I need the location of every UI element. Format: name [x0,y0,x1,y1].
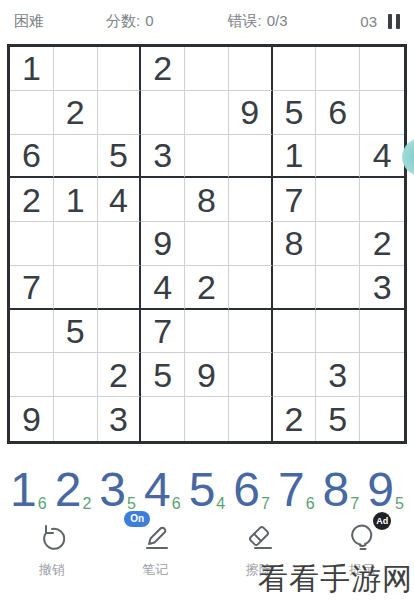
timer-value: 03 [360,13,377,30]
cell-r4c8[interactable] [316,178,360,222]
cell-r9c6[interactable] [229,397,273,441]
cell-r1c3[interactable] [98,47,142,91]
cell-r7c1[interactable] [10,310,54,354]
cell-r1c2[interactable] [54,47,98,91]
cell-r4c3[interactable]: 4 [98,178,142,222]
cell-r1c9[interactable] [360,47,404,91]
cell-r4c2[interactable]: 1 [54,178,98,222]
numpad-1[interactable]: 16 [9,464,48,516]
cell-r7c9[interactable] [360,310,404,354]
cell-r5c8[interactable] [316,222,360,266]
cell-r9c4[interactable] [141,397,185,441]
cell-r2c4[interactable] [141,91,185,135]
cell-r5c2[interactable] [54,222,98,266]
cell-r3c6[interactable] [229,135,273,179]
cell-r1c6[interactable] [229,47,273,91]
cell-r6c1[interactable]: 7 [10,266,54,310]
numpad-digit: 9 [367,466,394,514]
cell-r4c4[interactable] [141,178,185,222]
cell-r2c9[interactable] [360,91,404,135]
numpad-remaining-count: 6 [306,496,315,512]
cell-r9c1[interactable]: 9 [10,397,54,441]
cell-r4c6[interactable] [229,178,273,222]
cell-r9c2[interactable] [54,397,98,441]
cell-r6c6[interactable] [229,266,273,310]
cell-r8c6[interactable] [229,353,273,397]
cell-r2c2[interactable]: 2 [54,91,98,135]
cell-r1c5[interactable] [185,47,229,91]
numpad-digit: 6 [233,466,260,514]
numpad-2[interactable]: 22 [54,464,93,516]
cell-r2c5[interactable] [185,91,229,135]
cell-r7c7[interactable] [273,310,317,354]
cell-r3c7[interactable]: 1 [273,135,317,179]
cell-r3c9[interactable]: 4 [360,135,404,179]
errors-label: 错误: [228,12,262,31]
cell-r8c9[interactable] [360,353,404,397]
notes-on-badge: On [124,511,150,527]
score-label: 分数: [106,12,140,31]
cell-r3c5[interactable] [185,135,229,179]
cell-r6c5[interactable]: 2 [185,266,229,310]
numpad-5[interactable]: 54 [188,464,227,516]
number-pad: 162235465467768795 [0,454,414,516]
cell-r9c3[interactable]: 3 [98,397,142,441]
numpad-3[interactable]: 35 [98,464,137,516]
cell-r9c8[interactable]: 5 [316,397,360,441]
cell-r8c7[interactable] [273,353,317,397]
cell-r1c8[interactable] [316,47,360,91]
cell-r2c1[interactable] [10,91,54,135]
numpad-remaining-count: 7 [261,496,270,512]
errors-value: 0/3 [267,12,288,31]
cell-r2c7[interactable]: 5 [273,91,317,135]
cell-r6c4[interactable]: 4 [141,266,185,310]
cell-r4c7[interactable]: 7 [273,178,317,222]
cell-r7c3[interactable] [98,310,142,354]
cell-r2c6[interactable]: 9 [229,91,273,135]
cell-r8c3[interactable]: 2 [98,353,142,397]
cell-r5c3[interactable] [98,222,142,266]
cell-r2c8[interactable]: 6 [316,91,360,135]
cell-r5c7[interactable]: 8 [273,222,317,266]
numpad-digit: 5 [189,466,216,514]
numpad-remaining-count: 7 [350,496,359,512]
cell-r1c4[interactable]: 2 [141,47,185,91]
header-bar: 困难 分数: 0 错误: 0/3 03 [0,0,414,42]
cell-r4c5[interactable]: 8 [185,178,229,222]
cell-r7c8[interactable] [316,310,360,354]
numpad-8[interactable]: 87 [322,464,361,516]
numpad-digit: 4 [144,466,171,514]
cell-r5c5[interactable] [185,222,229,266]
cell-r8c5[interactable]: 9 [185,353,229,397]
cell-r1c1[interactable]: 1 [10,47,54,91]
numpad-digit: 8 [323,466,350,514]
cell-r7c5[interactable] [185,310,229,354]
cell-r5c6[interactable] [229,222,273,266]
cell-r8c2[interactable] [54,353,98,397]
pause-icon [396,14,400,29]
cell-r6c7[interactable] [273,266,317,310]
cell-r9c9[interactable] [360,397,404,441]
cell-r5c9[interactable]: 2 [360,222,404,266]
cell-r5c1[interactable] [10,222,54,266]
cell-r7c2[interactable]: 5 [54,310,98,354]
cell-r4c9[interactable] [360,178,404,222]
undo-icon [34,519,70,555]
cell-r4c1[interactable]: 2 [10,178,54,222]
cell-r7c6[interactable] [229,310,273,354]
cell-r3c2[interactable] [54,135,98,179]
numpad-9[interactable]: 95 [366,464,405,516]
cell-r6c9[interactable]: 3 [360,266,404,310]
cell-r7c4[interactable]: 7 [141,310,185,354]
numpad-remaining-count: 5 [127,496,136,512]
numpad-digit: 1 [10,466,37,514]
numpad-6[interactable]: 67 [232,464,271,516]
cell-r3c8[interactable] [316,135,360,179]
cell-r8c8[interactable]: 3 [316,353,360,397]
cell-r3c3[interactable]: 5 [98,135,142,179]
cell-r8c1[interactable] [10,353,54,397]
difficulty-label[interactable]: 困难 [14,12,44,31]
numpad-4[interactable]: 46 [143,464,182,516]
cell-r8c4[interactable]: 5 [141,353,185,397]
notes-button[interactable]: On 笔记 [120,518,190,579]
numpad-remaining-count: 5 [395,496,404,512]
cell-r3c1[interactable]: 6 [10,135,54,179]
pause-button[interactable] [386,12,402,31]
numpad-remaining-count: 6 [172,496,181,512]
numpad-remaining-count: 2 [82,496,91,512]
cell-r6c8[interactable] [316,266,360,310]
cell-r2c3[interactable] [98,91,142,135]
numpad-digit: 3 [99,466,126,514]
cell-r9c5[interactable] [185,397,229,441]
numpad-remaining-count: 6 [38,496,47,512]
numpad-7[interactable]: 76 [277,464,316,516]
numpad-remaining-count: 4 [216,496,225,512]
cell-r1c7[interactable] [273,47,317,91]
pause-icon [388,14,392,29]
notes-label: 笔记 [142,561,168,579]
score-value: 0 [145,12,153,31]
eraser-icon [241,519,277,555]
numpad-digit: 7 [278,466,305,514]
cell-r5c4[interactable]: 9 [141,222,185,266]
watermark-text: 看看手游网 [258,559,413,600]
cell-r6c2[interactable] [54,266,98,310]
score-group: 分数: 0 [106,12,154,31]
undo-label: 撤销 [39,561,65,579]
numpad-digit: 2 [55,466,82,514]
hint-ad-badge: Ad [373,512,391,530]
sudoku-board: 122956653142148798274235725939325 [7,44,407,444]
undo-button[interactable]: 撤销 [17,518,87,579]
cell-r9c7[interactable]: 2 [273,397,317,441]
cell-r6c3[interactable] [98,266,142,310]
cell-r3c4[interactable]: 3 [141,135,185,179]
errors-group: 错误: 0/3 [228,12,288,31]
